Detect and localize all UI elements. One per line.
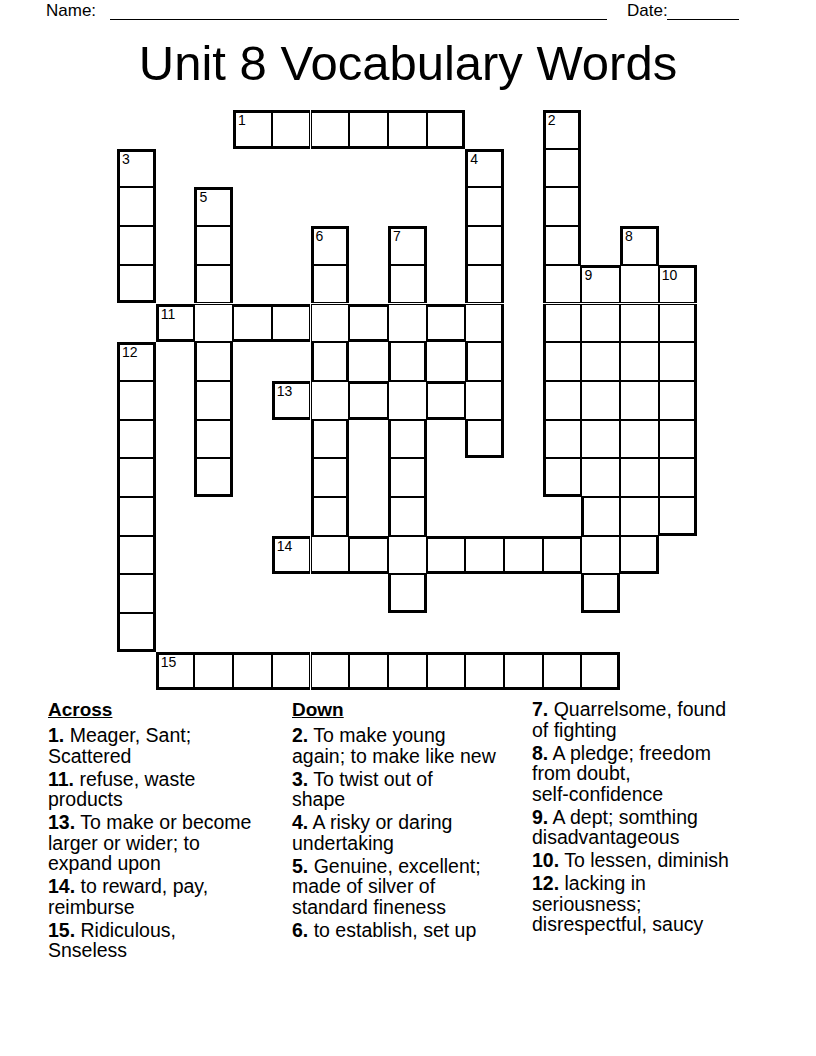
grid-cell-r10c12[interactable]: [581, 497, 620, 536]
grid-cell-r9c7[interactable]: [388, 458, 427, 497]
clue-item-text: To make or become larger or wider; to ex…: [48, 811, 251, 874]
grid-cell-r9c13[interactable]: [620, 458, 659, 497]
clue-number-11: 11: [161, 307, 176, 322]
grid-cell-r7c11[interactable]: [543, 381, 582, 420]
clue-number-4: 4: [470, 152, 478, 167]
clue-item-number: 9.: [532, 806, 548, 828]
grid-cell-r14c5[interactable]: [311, 652, 350, 691]
across-clue-list: 1. Meager, Sant; Scattered11. refuse, wa…: [48, 725, 274, 961]
clue-item-text: To twist out of shape: [292, 768, 433, 811]
grid-cell-r5c5[interactable]: [311, 304, 350, 343]
down-clue-list-continued: 7. Quarrelsome, found of fighting8. A pl…: [532, 699, 758, 935]
grid-cell-r7c5[interactable]: [311, 381, 350, 420]
grid-cell-r12c0[interactable]: [117, 574, 156, 613]
grid-cell-r4c0[interactable]: [117, 265, 156, 304]
grid-cell-r5c6[interactable]: [349, 304, 388, 343]
grid-cell-r4c14[interactable]: 10: [659, 265, 698, 304]
clue-item-text: Genuine, excellent; made of silver of st…: [292, 855, 481, 918]
grid-cell-r8c2[interactable]: [194, 420, 233, 459]
clue-number-9: 9: [584, 268, 592, 283]
clue-item-number: 15.: [48, 919, 75, 941]
grid-cell-r14c2[interactable]: [194, 652, 233, 691]
grid-cell-r3c2[interactable]: [194, 226, 233, 265]
grid-cell-r9c5[interactable]: [311, 458, 350, 497]
grid-cell-r0c6[interactable]: [349, 110, 388, 149]
grid-cell-r0c7[interactable]: [388, 110, 427, 149]
grid-cell-r4c2[interactable]: [194, 265, 233, 304]
clue-item-text: A dept; somthing disadvantageous: [532, 806, 698, 849]
grid-cell-r8c9[interactable]: [465, 420, 504, 459]
name-label: Name:: [46, 1, 96, 21]
grid-cell-r11c0[interactable]: [117, 536, 156, 575]
clue-item-text: To lessen, diminish: [559, 849, 729, 871]
grid-cell-r5c9[interactable]: [465, 304, 504, 343]
grid-cell-r14c11[interactable]: [543, 652, 582, 691]
grid-cell-r9c12[interactable]: [581, 458, 620, 497]
clue-item-number: 4.: [292, 811, 308, 833]
grid-cell-r5c2[interactable]: [194, 304, 233, 343]
grid-cell-r0c5[interactable]: [311, 110, 350, 149]
grid-cell-r1c11[interactable]: [543, 149, 582, 188]
grid-cell-r8c11[interactable]: [543, 420, 582, 459]
grid-cell-r7c9[interactable]: [465, 381, 504, 420]
grid-cell-r14c4[interactable]: [272, 652, 311, 691]
grid-cell-r8c5[interactable]: [311, 420, 350, 459]
clue-item-number: 2.: [292, 724, 308, 746]
clue-number-12: 12: [122, 345, 138, 360]
grid-cell-r14c7[interactable]: [388, 652, 427, 691]
grid-cell-r9c14[interactable]: [659, 458, 698, 497]
clue-number-14: 14: [277, 539, 293, 554]
grid-cell-r6c0[interactable]: 12: [117, 342, 156, 381]
grid-cell-r11c8[interactable]: [427, 536, 466, 575]
across-clues-column: Across 1. Meager, Sant; Scattered11. ref…: [48, 699, 274, 963]
grid-cell-r3c11[interactable]: [543, 226, 582, 265]
grid-cell-r1c9[interactable]: 4: [465, 149, 504, 188]
grid-cell-r10c14[interactable]: [659, 497, 698, 536]
grid-cell-r12c12[interactable]: [581, 574, 620, 613]
grid-cell-r7c4[interactable]: 13: [272, 381, 311, 420]
grid-cell-r10c5[interactable]: [311, 497, 350, 536]
clue-number-3: 3: [122, 152, 130, 167]
grid-cell-r7c12[interactable]: [581, 381, 620, 420]
clue-item-10: 10. To lessen, diminish: [532, 850, 758, 871]
grid-cell-r7c6[interactable]: [349, 381, 388, 420]
clue-item-12: 12. lacking in seriousness; disrespectfu…: [532, 873, 758, 935]
clue-item-number: 3.: [292, 768, 308, 790]
grid-cell-r5c3[interactable]: [233, 304, 272, 343]
grid-cell-r11c11[interactable]: [543, 536, 582, 575]
clue-number-1: 1: [238, 113, 246, 128]
grid-cell-r6c9[interactable]: [465, 342, 504, 381]
clue-item-5: 5. Genuine, excellent; made of silver of…: [292, 856, 518, 918]
clue-item-2: 2. To make young again; to make like new: [292, 725, 518, 766]
grid-cell-r5c1[interactable]: 11: [156, 304, 195, 343]
clue-item-text: to establish, set up: [308, 919, 476, 941]
clue-number-8: 8: [625, 229, 633, 244]
grid-cell-r0c8[interactable]: [427, 110, 466, 149]
grid-cell-r2c2[interactable]: 5: [194, 187, 233, 226]
grid-cell-r3c5[interactable]: 6: [311, 226, 350, 265]
grid-cell-r11c12[interactable]: [581, 536, 620, 575]
grid-cell-r14c8[interactable]: [427, 652, 466, 691]
grid-cell-r6c13[interactable]: [620, 342, 659, 381]
grid-cell-r10c0[interactable]: [117, 497, 156, 536]
grid-cell-r14c1[interactable]: 15: [156, 652, 195, 691]
down-clue-list: 2. To make young again; to make like new…: [292, 725, 518, 940]
grid-cell-r4c9[interactable]: [465, 265, 504, 304]
grid-cell-r11c7[interactable]: [388, 536, 427, 575]
clue-number-6: 6: [316, 229, 324, 244]
date-blank-line: [667, 19, 739, 20]
grid-cell-r5c8[interactable]: [427, 304, 466, 343]
grid-cell-r4c11[interactable]: [543, 265, 582, 304]
clue-item-6: 6. to establish, set up: [292, 920, 518, 941]
grid-cell-r14c9[interactable]: [465, 652, 504, 691]
clue-item-text: To make young again; to make like new: [292, 724, 496, 767]
clue-item-number: 8.: [532, 742, 548, 764]
grid-cell-r14c3[interactable]: [233, 652, 272, 691]
grid-cell-r12c7[interactable]: [388, 574, 427, 613]
clue-item-4: 4. A risky or daring undertaking: [292, 812, 518, 853]
clue-item-number: 11.: [48, 768, 74, 790]
grid-cell-r5c7[interactable]: [388, 304, 427, 343]
grid-cell-r3c9[interactable]: [465, 226, 504, 265]
clue-item-number: 14.: [48, 875, 75, 897]
grid-cell-r7c13[interactable]: [620, 381, 659, 420]
grid-cell-r6c7[interactable]: [388, 342, 427, 381]
page-title: Unit 8 Vocabulary Words: [0, 34, 816, 92]
grid-cell-r1c0[interactable]: 3: [117, 149, 156, 188]
grid-cell-r6c12[interactable]: [581, 342, 620, 381]
grid-cell-r11c4[interactable]: 14: [272, 536, 311, 575]
clue-item-number: 6.: [292, 919, 308, 941]
grid-cell-r8c13[interactable]: [620, 420, 659, 459]
clue-item-number: 5.: [292, 855, 308, 877]
grid-cell-r7c2[interactable]: [194, 381, 233, 420]
clue-number-7: 7: [393, 229, 401, 244]
grid-cell-r4c5[interactable]: [311, 265, 350, 304]
grid-cell-r5c12[interactable]: [581, 304, 620, 343]
grid-cell-r5c14[interactable]: [659, 304, 698, 343]
grid-cell-r3c13[interactable]: 8: [620, 226, 659, 265]
down-header: Down: [292, 699, 518, 721]
grid-cell-r10c7[interactable]: [388, 497, 427, 536]
grid-cell-r6c11[interactable]: [543, 342, 582, 381]
clue-item-11: 11. refuse, waste products: [48, 769, 274, 810]
grid-cell-r5c13[interactable]: [620, 304, 659, 343]
clue-number-2: 2: [548, 113, 556, 128]
grid-cell-r3c7[interactable]: 7: [388, 226, 427, 265]
crossword-grid: 123456789101112131415: [117, 110, 698, 691]
grid-cell-r0c3[interactable]: 1: [233, 110, 272, 149]
grid-cell-r11c5[interactable]: [311, 536, 350, 575]
grid-cell-r6c14[interactable]: [659, 342, 698, 381]
clue-item-7: 7. Quarrelsome, found of fighting: [532, 699, 758, 740]
clue-item-text: Quarrelsome, found of fighting: [532, 698, 726, 741]
clue-item-text: A risky or daring undertaking: [292, 811, 452, 854]
grid-cell-r8c12[interactable]: [581, 420, 620, 459]
clue-item-text: Meager, Sant; Scattered: [48, 724, 191, 767]
clue-item-number: 7.: [532, 698, 548, 720]
grid-cell-r3c0[interactable]: [117, 226, 156, 265]
grid-cell-r4c13[interactable]: [620, 265, 659, 304]
clue-item-text: A pledge; freedom from doubt, self-confi…: [532, 742, 711, 805]
clue-item-number: 10.: [532, 849, 559, 871]
grid-cell-r4c12[interactable]: 9: [581, 265, 620, 304]
grid-cell-r11c9[interactable]: [465, 536, 504, 575]
clue-number-15: 15: [161, 655, 177, 670]
grid-cell-r0c4[interactable]: [272, 110, 311, 149]
grid-cell-r7c14[interactable]: [659, 381, 698, 420]
grid-cell-r14c12[interactable]: [581, 652, 620, 691]
grid-cell-r7c8[interactable]: [427, 381, 466, 420]
grid-cell-r6c2[interactable]: [194, 342, 233, 381]
grid-cell-r8c7[interactable]: [388, 420, 427, 459]
grid-cell-r2c9[interactable]: [465, 187, 504, 226]
grid-cell-r5c4[interactable]: [272, 304, 311, 343]
clue-number-13: 13: [277, 384, 293, 399]
grid-cell-r8c0[interactable]: [117, 420, 156, 459]
clue-item-number: 13.: [48, 811, 75, 833]
grid-cell-r11c6[interactable]: [349, 536, 388, 575]
clue-item-number: 12.: [532, 872, 559, 894]
grid-cell-r8c14[interactable]: [659, 420, 698, 459]
clue-item-1: 1. Meager, Sant; Scattered: [48, 725, 274, 766]
grid-cell-r4c7[interactable]: [388, 265, 427, 304]
down-clues-continued-column: 7. Quarrelsome, found of fighting8. A pl…: [532, 699, 758, 937]
grid-cell-r9c2[interactable]: [194, 458, 233, 497]
across-header: Across: [48, 699, 274, 721]
grid-cell-r14c10[interactable]: [504, 652, 543, 691]
grid-cell-r7c0[interactable]: [117, 381, 156, 420]
grid-cell-r14c6[interactable]: [349, 652, 388, 691]
grid-cell-r0c11[interactable]: 2: [543, 110, 582, 149]
clue-item-3: 3. To twist out of shape: [292, 769, 518, 810]
grid-cell-r9c0[interactable]: [117, 458, 156, 497]
down-clues-column: Down 2. To make young again; to make lik…: [292, 699, 518, 943]
grid-cell-r5c11[interactable]: [543, 304, 582, 343]
clue-item-8: 8. A pledge; freedom from doubt, self-co…: [532, 743, 758, 805]
name-blank-line: [110, 19, 607, 20]
grid-cell-r2c11[interactable]: [543, 187, 582, 226]
grid-cell-r11c13[interactable]: [620, 536, 659, 575]
clue-item-9: 9. A dept; somthing disadvantageous: [532, 807, 758, 848]
grid-cell-r10c13[interactable]: [620, 497, 659, 536]
clue-item-number: 1.: [48, 724, 64, 746]
grid-cell-r6c5[interactable]: [311, 342, 350, 381]
date-label: Date:: [627, 1, 668, 21]
grid-cell-r11c10[interactable]: [504, 536, 543, 575]
grid-cell-r13c0[interactable]: [117, 613, 156, 652]
grid-cell-r9c11[interactable]: [543, 458, 582, 497]
clue-item-15: 15. Ridiculous, Snseless: [48, 920, 274, 961]
grid-cell-r7c7[interactable]: [388, 381, 427, 420]
clue-item-14: 14. to reward, pay, reimburse: [48, 876, 274, 917]
grid-cell-r2c0[interactable]: [117, 187, 156, 226]
clue-number-5: 5: [199, 190, 207, 205]
clue-item-13: 13. To make or become larger or wider; t…: [48, 812, 274, 874]
clue-number-10: 10: [662, 268, 678, 283]
